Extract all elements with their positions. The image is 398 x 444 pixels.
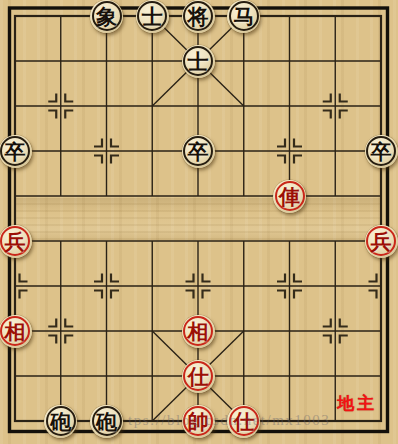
pieces-layer: 象士将马士卒卒卒俥兵兵相相仕砲砲帥仕: [0, 0, 398, 444]
red-advisor-glyph: 仕: [227, 405, 260, 438]
red-elephant-piece[interactable]: 相: [182, 315, 215, 348]
black-soldier-glyph: 卒: [365, 135, 398, 168]
red-soldier-piece[interactable]: 兵: [365, 225, 398, 258]
red-chariot-piece[interactable]: 俥: [273, 180, 306, 213]
landlord-badge: 地主: [337, 392, 377, 415]
red-general-piece[interactable]: 帥: [182, 405, 215, 438]
red-chariot-glyph: 俥: [273, 180, 306, 213]
black-advisor-glyph: 士: [182, 45, 215, 78]
red-elephant-piece[interactable]: 相: [0, 315, 32, 348]
black-cannon-piece[interactable]: 砲: [44, 405, 77, 438]
black-horse-glyph: 马: [227, 0, 260, 33]
black-cannon-glyph: 砲: [90, 405, 123, 438]
black-soldier-piece[interactable]: 卒: [0, 135, 32, 168]
black-general-glyph: 将: [182, 0, 215, 33]
red-elephant-glyph: 相: [0, 315, 32, 348]
xiangqi-board: 象士将马士卒卒卒俥兵兵相相仕砲砲帥仕 地主 tps://blog.csdn.ne…: [0, 0, 398, 444]
black-soldier-glyph: 卒: [0, 135, 32, 168]
black-soldier-piece[interactable]: 卒: [365, 135, 398, 168]
red-soldier-glyph: 兵: [365, 225, 398, 258]
black-advisor-piece[interactable]: 士: [182, 45, 215, 78]
red-soldier-piece[interactable]: 兵: [0, 225, 32, 258]
red-soldier-glyph: 兵: [0, 225, 32, 258]
red-elephant-glyph: 相: [182, 315, 215, 348]
red-advisor-piece[interactable]: 仕: [227, 405, 260, 438]
black-advisor-piece[interactable]: 士: [136, 0, 169, 33]
red-advisor-piece[interactable]: 仕: [182, 360, 215, 393]
black-general-piece[interactable]: 将: [182, 0, 215, 33]
black-advisor-glyph: 士: [136, 0, 169, 33]
black-soldier-glyph: 卒: [182, 135, 215, 168]
red-general-glyph: 帥: [182, 405, 215, 438]
black-elephant-piece[interactable]: 象: [90, 0, 123, 33]
black-cannon-glyph: 砲: [44, 405, 77, 438]
black-horse-piece[interactable]: 马: [227, 0, 260, 33]
black-soldier-piece[interactable]: 卒: [182, 135, 215, 168]
red-advisor-glyph: 仕: [182, 360, 215, 393]
black-elephant-glyph: 象: [90, 0, 123, 33]
black-cannon-piece[interactable]: 砲: [90, 405, 123, 438]
